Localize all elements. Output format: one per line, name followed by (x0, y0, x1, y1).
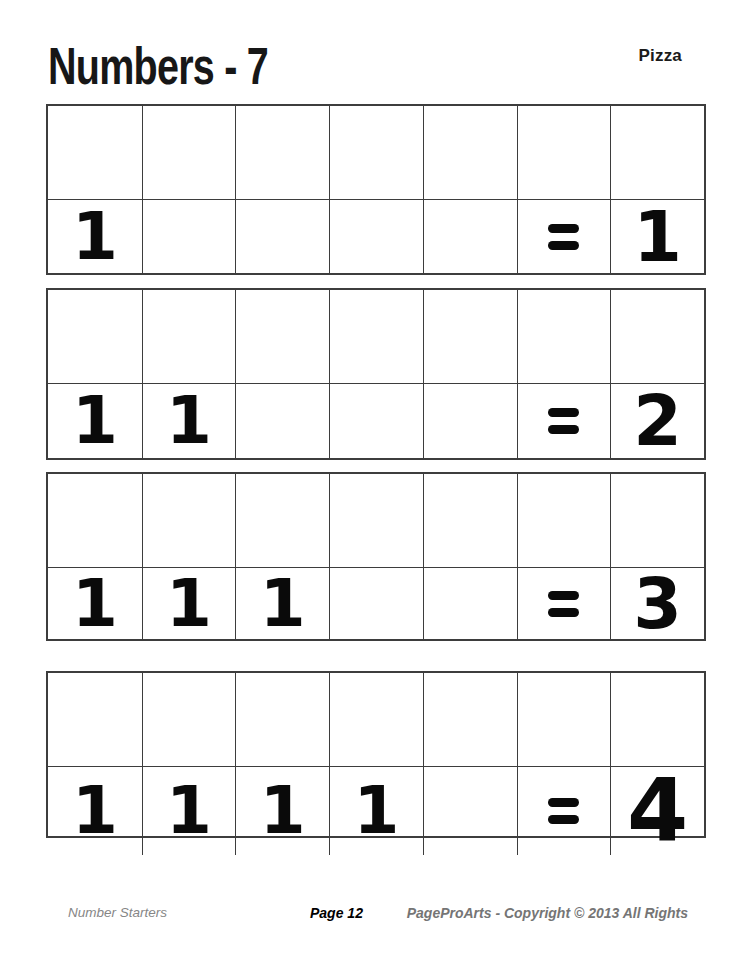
grid3-cell-r1c5 (423, 474, 517, 567)
footer-page-number: Page 12 (310, 905, 363, 921)
grid4-cell-r2c4: 1 (329, 766, 423, 855)
grid3-cell-r1c2 (142, 474, 236, 567)
tally-digit: 1 (260, 778, 306, 844)
grid3-cell-r1c7 (610, 474, 704, 567)
tally-digit: 1 (166, 778, 212, 844)
grid2-cell-r2c2: 1 (142, 383, 236, 458)
grid3-cell-r2c2: 1 (142, 567, 236, 639)
equals-bar (548, 241, 579, 250)
footer-series-title: Number Starters (68, 905, 167, 920)
tally-digit: 1 (354, 778, 400, 844)
tally-digit: 1 (72, 388, 118, 454)
result-digit: 1 (633, 202, 682, 272)
tally-grid-4: 11114 (46, 671, 706, 838)
grid4-cell-r1c1 (48, 673, 142, 766)
grid3-cell-r2c5 (423, 567, 517, 639)
tally-digit: 1 (72, 204, 118, 270)
grid3-cell-r2c4 (329, 567, 423, 639)
equals-sign (548, 798, 579, 824)
grid1-cell-r2c5 (423, 199, 517, 273)
grid2-cell-r2c6 (517, 383, 611, 458)
grid2-cell-r1c6 (517, 290, 611, 383)
grid3-cell-r1c6 (517, 474, 611, 567)
result-digit: 4 (627, 767, 688, 855)
grid4-cell-r1c4 (329, 673, 423, 766)
tally-digit: 1 (72, 778, 118, 844)
equals-bar (548, 591, 579, 600)
grid1-cell-r1c5 (423, 106, 517, 199)
grid4-cell-r1c3 (235, 673, 329, 766)
grid1-cell-r1c7 (610, 106, 704, 199)
grid3-cell-r1c3 (235, 474, 329, 567)
grid3-cell-r1c1 (48, 474, 142, 567)
grid1-cell-r2c3 (235, 199, 329, 273)
grid1-cell-r1c2 (142, 106, 236, 199)
grid2-cell-r2c7: 2 (610, 383, 704, 458)
equals-bar (548, 798, 579, 807)
grid2-cell-r1c2 (142, 290, 236, 383)
grid4-cell-r2c1: 1 (48, 766, 142, 855)
grid1-cell-r2c2 (142, 199, 236, 273)
grid1-cell-r2c7: 1 (610, 199, 704, 273)
equals-bar (548, 815, 579, 824)
grid4-cell-r2c3: 1 (235, 766, 329, 855)
grid4-cell-r1c2 (142, 673, 236, 766)
tally-digit: 1 (72, 571, 118, 637)
grid1-cell-r2c6 (517, 199, 611, 273)
tally-grid-3: 1113 (46, 472, 706, 641)
grid3-cell-r2c7: 3 (610, 567, 704, 639)
grid4-cell-r2c5 (423, 766, 517, 855)
grid2-cell-r2c3 (235, 383, 329, 458)
result-digit: 3 (633, 569, 682, 639)
equals-sign (548, 224, 579, 250)
page-title: Numbers - 7 (48, 40, 268, 92)
grid1-cell-r2c4 (329, 199, 423, 273)
grid2-cell-r1c3 (235, 290, 329, 383)
equals-sign (548, 408, 579, 434)
grid3-cell-r2c6 (517, 567, 611, 639)
grid2-cell-r1c7 (610, 290, 704, 383)
grid1-cell-r2c1: 1 (48, 199, 142, 273)
grid4-cell-r2c6 (517, 766, 611, 855)
equals-bar (548, 608, 579, 617)
equals-bar (548, 425, 579, 434)
grid1-cell-r1c3 (235, 106, 329, 199)
tally-grid-2: 112 (46, 288, 706, 460)
grid2-cell-r2c1: 1 (48, 383, 142, 458)
grid2-cell-r1c4 (329, 290, 423, 383)
grid3-cell-r2c3: 1 (235, 567, 329, 639)
tally-grid-1: 11 (46, 104, 706, 275)
grid3-cell-r2c1: 1 (48, 567, 142, 639)
equals-bar (548, 408, 579, 417)
grid2-cell-r2c4 (329, 383, 423, 458)
grid4-cell-r2c2: 1 (142, 766, 236, 855)
grid4-cell-r1c5 (423, 673, 517, 766)
grid2-cell-r1c5 (423, 290, 517, 383)
grid1-cell-r1c1 (48, 106, 142, 199)
grid3-cell-r1c4 (329, 474, 423, 567)
tally-digit: 1 (166, 571, 212, 637)
grid4-cell-r1c6 (517, 673, 611, 766)
grid2-cell-r2c5 (423, 383, 517, 458)
theme-label: Pizza (638, 46, 682, 66)
grid1-cell-r1c6 (517, 106, 611, 199)
tally-digit: 1 (166, 388, 212, 454)
tally-digit: 1 (260, 571, 306, 637)
footer-copyright: PageProArts - Copyright © 2013 All Right… (407, 905, 688, 921)
grid4-cell-r2c7: 4 (610, 766, 704, 855)
result-digit: 2 (633, 386, 682, 456)
equals-bar (548, 224, 579, 233)
grid2-cell-r1c1 (48, 290, 142, 383)
worksheet-page: { "game": "counting-tally-worksheet", "p… (0, 0, 750, 971)
footer: Number Starters Page 12 PageProArts - Co… (0, 905, 750, 925)
grid4-cell-r1c7 (610, 673, 704, 766)
grid1-cell-r1c4 (329, 106, 423, 199)
equals-sign (548, 591, 579, 617)
